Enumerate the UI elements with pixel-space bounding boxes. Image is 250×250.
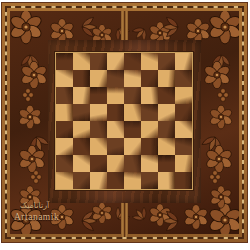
square-h6[interactable] — [175, 87, 192, 104]
square-e6[interactable] — [124, 87, 141, 104]
square-h8[interactable] — [175, 53, 192, 70]
square-f6[interactable] — [141, 87, 158, 104]
square-b8[interactable] — [73, 53, 90, 70]
square-d4[interactable] — [107, 121, 124, 138]
wooden-board-box: آرتانامیک Artanamik — [1, 2, 248, 243]
square-a4[interactable] — [56, 121, 73, 138]
square-b6[interactable] — [73, 87, 90, 104]
square-a3[interactable] — [56, 138, 73, 155]
square-e1[interactable] — [124, 172, 141, 189]
square-f1[interactable] — [141, 172, 158, 189]
square-a5[interactable] — [56, 104, 73, 121]
square-g5[interactable] — [158, 104, 175, 121]
square-g6[interactable] — [158, 87, 175, 104]
square-c6[interactable] — [90, 87, 107, 104]
square-d7[interactable] — [107, 70, 124, 87]
hinge-seam-top — [121, 11, 128, 41]
square-f3[interactable] — [141, 138, 158, 155]
square-a8[interactable] — [56, 53, 73, 70]
square-c8[interactable] — [90, 53, 107, 70]
square-d2[interactable] — [107, 155, 124, 172]
square-a2[interactable] — [56, 155, 73, 172]
square-h2[interactable] — [175, 155, 192, 172]
square-b2[interactable] — [73, 155, 90, 172]
square-a6[interactable] — [56, 87, 73, 104]
square-d3[interactable] — [107, 138, 124, 155]
square-e5[interactable] — [124, 104, 141, 121]
square-h7[interactable] — [175, 70, 192, 87]
square-g2[interactable] — [158, 155, 175, 172]
square-b7[interactable] — [73, 70, 90, 87]
square-g3[interactable] — [158, 138, 175, 155]
square-c4[interactable] — [90, 121, 107, 138]
square-c2[interactable] — [90, 155, 107, 172]
square-c5[interactable] — [90, 104, 107, 121]
square-d1[interactable] — [107, 172, 124, 189]
square-h4[interactable] — [175, 121, 192, 138]
square-e3[interactable] — [124, 138, 141, 155]
square-d5[interactable] — [107, 104, 124, 121]
square-e4[interactable] — [124, 121, 141, 138]
hinge-seam-bottom — [121, 203, 128, 237]
square-g8[interactable] — [158, 53, 175, 70]
square-g4[interactable] — [158, 121, 175, 138]
square-h5[interactable] — [175, 104, 192, 121]
square-h1[interactable] — [175, 172, 192, 189]
square-d8[interactable] — [107, 53, 124, 70]
chess-board — [55, 52, 193, 190]
square-b3[interactable] — [73, 138, 90, 155]
square-c7[interactable] — [90, 70, 107, 87]
square-g1[interactable] — [158, 172, 175, 189]
square-e8[interactable] — [124, 53, 141, 70]
square-g7[interactable] — [158, 70, 175, 87]
square-a1[interactable] — [56, 172, 73, 189]
square-b1[interactable] — [73, 172, 90, 189]
square-e7[interactable] — [124, 70, 141, 87]
square-b4[interactable] — [73, 121, 90, 138]
square-f4[interactable] — [141, 121, 158, 138]
square-a7[interactable] — [56, 70, 73, 87]
square-f7[interactable] — [141, 70, 158, 87]
square-c3[interactable] — [90, 138, 107, 155]
square-f5[interactable] — [141, 104, 158, 121]
square-b5[interactable] — [73, 104, 90, 121]
square-h3[interactable] — [175, 138, 192, 155]
square-d6[interactable] — [107, 87, 124, 104]
square-f8[interactable] — [141, 53, 158, 70]
square-e2[interactable] — [124, 155, 141, 172]
square-c1[interactable] — [90, 172, 107, 189]
square-f2[interactable] — [141, 155, 158, 172]
